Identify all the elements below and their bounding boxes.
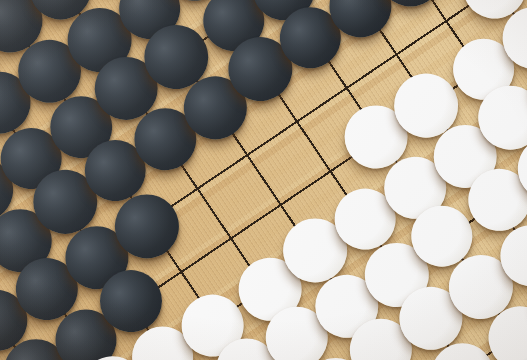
go-board[interactable] — [0, 0, 527, 360]
go-board-photo — [0, 0, 527, 360]
